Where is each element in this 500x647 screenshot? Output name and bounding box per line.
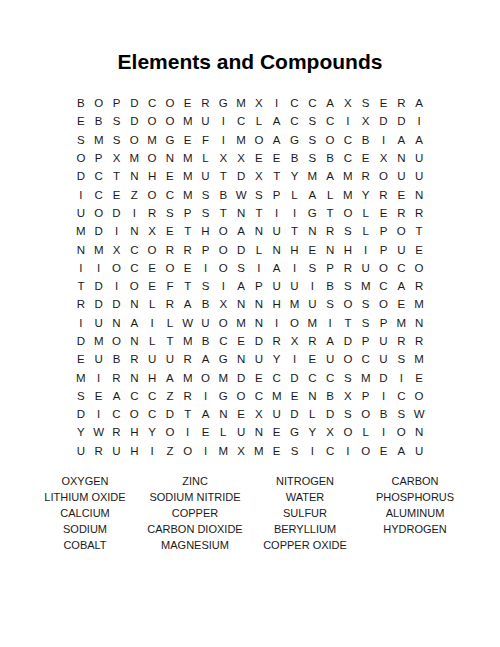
grid-cell-r16-c1: M [72,368,90,386]
grid-cell-r15-c17: C [357,350,375,368]
grid-cell-r17-c20: O [410,387,428,405]
word-list-column-2: ZINCSODIUM NITRIDECOPPERCARBON DIOXIDEMA… [140,473,250,553]
grid-cell-r4-c10: X [232,149,250,167]
grid-cell-r5-c1: D [72,167,90,185]
grid-cell-r20-c5: I [143,442,161,460]
grid-cell-r12-c5: L [143,295,161,313]
grid-cell-r18-c16: S [339,405,357,423]
grid-cell-r6-c15: L [321,185,339,203]
grid-cell-r5-c10: D [232,167,250,185]
grid-cell-r16-c15: C [321,368,339,386]
grid-cell-r13-c8: U [197,314,215,332]
grid-cell-r5-c19: U [392,167,410,185]
grid-cell-r13-c17: S [357,314,375,332]
grid-cell-r8-c3: I [108,222,126,240]
grid-cell-r20-c6: Z [161,442,179,460]
grid-cell-r2-c5: O [143,112,161,130]
grid-cell-r17-c14: N [303,387,321,405]
grid-cell-r4-c9: X [214,149,232,167]
grid-cell-r4-c4: M [125,149,143,167]
grid-cell-r4-c3: X [108,149,126,167]
grid-cell-r17-c18: I [375,387,393,405]
word-list-item: COPPER [140,505,250,521]
grid-cell-r16-c13: D [286,368,304,386]
grid-cell-r14-c2: M [90,332,108,350]
grid-cell-r18-c5: C [143,405,161,423]
grid-cell-r18-c13: D [286,405,304,423]
grid-cell-r16-c17: M [357,368,375,386]
grid-cell-r18-c6: D [161,405,179,423]
grid-cell-r1-c19: R [392,94,410,112]
grid-cell-r9-c5: O [143,240,161,258]
grid-cell-r3-c2: M [90,131,108,149]
grid-cell-r1-c16: X [339,94,357,112]
grid-cell-r20-c15: C [321,442,339,460]
grid-cell-r9-c8: P [197,240,215,258]
word-list-item: HYDROGEN [360,521,470,537]
grid-cell-r13-c18: P [375,314,393,332]
grid-cell-r13-c20: N [410,314,428,332]
grid-cell-r12-c6: R [161,295,179,313]
grid-cell-r15-c15: U [321,350,339,368]
grid-cell-r3-c8: F [197,131,215,149]
grid-cell-r18-c14: L [303,405,321,423]
word-list-item: BERYLLIUM [250,521,360,537]
word-list-item: ALUMINUM [360,505,470,521]
grid-cell-r17-c1: S [72,387,90,405]
grid-cell-r14-c9: C [214,332,232,350]
grid-cell-r12-c2: D [90,295,108,313]
grid-cell-r8-c20: T [410,222,428,240]
grid-cell-r10-c20: O [410,259,428,277]
grid-cell-r9-c13: H [286,240,304,258]
grid-cell-r12-c15: S [321,295,339,313]
word-list-item: PHOSPHORUS [360,489,470,505]
grid-cell-r19-c20: N [410,423,428,441]
grid-cell-r13-c14: M [303,314,321,332]
grid-cell-r4-c6: N [161,149,179,167]
grid-cell-r1-c10: M [232,94,250,112]
grid-cell-r11-c15: B [321,277,339,295]
grid-cell-r8-c15: R [321,222,339,240]
grid-cell-r13-c1: I [72,314,90,332]
grid-cell-r19-c11: N [250,423,268,441]
grid-cell-r18-c20: W [410,405,428,423]
grid-cell-r7-c1: U [72,204,90,222]
grid-cell-r19-c9: L [214,423,232,441]
grid-cell-r11-c1: T [72,277,90,295]
grid-cell-r16-c18: D [375,368,393,386]
grid-cell-r4-c16: C [339,149,357,167]
grid-cell-r5-c20: U [410,167,428,185]
grid-cell-r11-c10: A [232,277,250,295]
grid-cell-r10-c17: U [357,259,375,277]
grid-cell-r2-c6: O [161,112,179,130]
grid-cell-r11-c3: I [108,277,126,295]
grid-cell-r13-c6: L [161,314,179,332]
grid-cell-r6-c5: O [143,185,161,203]
grid-cell-r6-c12: P [268,185,286,203]
grid-cell-r14-c14: R [303,332,321,350]
grid-cell-r16-c2: I [90,368,108,386]
grid-cell-r17-c11: C [250,387,268,405]
grid-cell-r15-c18: U [375,350,393,368]
grid-cell-r2-c7: M [179,112,197,130]
grid-cell-r20-c19: A [392,442,410,460]
grid-cell-r8-c19: O [392,222,410,240]
grid-cell-r16-c7: M [179,368,197,386]
grid-cell-r4-c18: X [375,149,393,167]
grid-cell-r17-c10: O [232,387,250,405]
grid-cell-r10-c19: C [392,259,410,277]
grid-cell-r9-c18: P [375,240,393,258]
grid-cell-r11-c16: S [339,277,357,295]
grid-cell-r17-c6: Z [161,387,179,405]
grid-cell-r20-c11: M [250,442,268,460]
grid-cell-r5-c11: X [250,167,268,185]
grid-cell-r9-c16: H [339,240,357,258]
grid-cell-r2-c18: D [375,112,393,130]
word-list-item: CARBON DIOXIDE [140,521,250,537]
grid-cell-r8-c10: A [232,222,250,240]
grid-cell-r11-c8: S [197,277,215,295]
grid-cell-r13-c7: W [179,314,197,332]
grid-cell-r12-c1: R [72,295,90,313]
grid-cell-r1-c2: O [90,94,108,112]
grid-cell-r8-c9: O [214,222,232,240]
grid-cell-r7-c18: E [375,204,393,222]
grid-cell-r9-c7: R [179,240,197,258]
grid-cell-r20-c18: E [375,442,393,460]
grid-cell-r4-c15: B [321,149,339,167]
grid-cell-r18-c11: X [250,405,268,423]
grid-cell-r13-c19: M [392,314,410,332]
grid-cell-r9-c11: L [250,240,268,258]
grid-cell-r10-c11: I [250,259,268,277]
grid-cell-r8-c13: T [286,222,304,240]
grid-cell-r18-c1: D [72,405,90,423]
grid-cell-r14-c8: B [197,332,215,350]
grid-cell-r7-c12: I [268,204,286,222]
word-list-item: NITROGEN [250,473,360,489]
grid-cell-r13-c11: N [250,314,268,332]
word-list-item: LITHIUM OXIDE [30,489,140,505]
grid-cell-r4-c7: M [179,149,197,167]
grid-cell-r3-c17: B [357,131,375,149]
grid-cell-r5-c13: Y [286,167,304,185]
grid-cell-r5-c7: M [179,167,197,185]
grid-cell-r11-c4: O [125,277,143,295]
word-list-item: COBALT [30,537,140,553]
grid-cell-r17-c8: I [197,387,215,405]
grid-cell-r9-c12: N [268,240,286,258]
grid-cell-r18-c19: S [392,405,410,423]
grid-cell-r2-c14: S [303,112,321,130]
grid-cell-r3-c3: S [108,131,126,149]
grid-cell-r8-c6: E [161,222,179,240]
grid-cell-r5-c8: U [197,167,215,185]
grid-cell-r17-c17: P [357,387,375,405]
grid-cell-r6-c3: E [108,185,126,203]
grid-cell-r6-c17: Y [357,185,375,203]
grid-cell-r17-c2: E [90,387,108,405]
grid-cell-r12-c19: E [392,295,410,313]
grid-cell-r11-c14: I [303,277,321,295]
grid-cell-r3-c18: I [375,131,393,149]
grid-cell-r15-c3: B [108,350,126,368]
grid-cell-r17-c13: E [286,387,304,405]
grid-cell-r1-c14: C [303,94,321,112]
grid-cell-r17-c3: A [108,387,126,405]
grid-cell-r14-c12: R [268,332,286,350]
grid-cell-r4-c17: E [357,149,375,167]
grid-cell-r9-c4: C [125,240,143,258]
grid-cell-r3-c20: A [410,131,428,149]
grid-cell-r15-c12: Y [268,350,286,368]
grid-cell-r19-c17: L [357,423,375,441]
grid-cell-r11-c7: T [179,277,197,295]
grid-cell-r20-c10: X [232,442,250,460]
grid-cell-r6-c1: I [72,185,90,203]
grid-cell-r10-c4: C [125,259,143,277]
grid-cell-r8-c17: L [357,222,375,240]
grid-cell-r14-c18: U [375,332,393,350]
grid-cell-r1-c11: X [250,94,268,112]
grid-cell-r17-c7: R [179,387,197,405]
grid-cell-r5-c12: T [268,167,286,185]
grid-cell-r8-c14: N [303,222,321,240]
grid-cell-r11-c5: E [143,277,161,295]
grid-cell-r13-c4: A [125,314,143,332]
grid-cell-r11-c9: I [214,277,232,295]
grid-cell-r18-c12: U [268,405,286,423]
grid-cell-r9-c15: N [321,240,339,258]
grid-cell-r13-c10: M [232,314,250,332]
grid-cell-r20-c13: S [286,442,304,460]
grid-cell-r2-c4: D [125,112,143,130]
grid-cell-r6-c6: C [161,185,179,203]
grid-cell-r20-c2: R [90,442,108,460]
grid-cell-r15-c6: U [161,350,179,368]
grid-cell-r14-c13: X [286,332,304,350]
grid-cell-r11-c12: U [268,277,286,295]
grid-cell-r17-c5: C [143,387,161,405]
grid-cell-r5-c3: T [108,167,126,185]
grid-cell-r18-c3: C [108,405,126,423]
grid-cell-r8-c4: N [125,222,143,240]
grid-cell-r19-c12: E [268,423,286,441]
word-list-item: SODIUM NITRIDE [140,489,250,505]
grid-cell-r12-c14: U [303,295,321,313]
grid-cell-r18-c8: A [197,405,215,423]
grid-cell-r7-c16: O [339,204,357,222]
grid-cell-r2-c1: E [72,112,90,130]
grid-cell-r1-c4: D [125,94,143,112]
grid-cell-r5-c5: H [143,167,161,185]
grid-cell-r1-c17: S [357,94,375,112]
grid-cell-r5-c2: C [90,167,108,185]
grid-cell-r6-c4: Z [125,185,143,203]
grid-cell-r19-c7: I [179,423,197,441]
grid-cell-r3-c1: S [72,131,90,149]
grid-cell-r2-c12: A [268,112,286,130]
grid-cell-r16-c19: I [392,368,410,386]
grid-cell-r6-c8: S [197,185,215,203]
grid-cell-r19-c19: O [392,423,410,441]
grid-cell-r3-c19: A [392,131,410,149]
grid-cell-r5-c9: T [214,167,232,185]
grid-cell-r15-c20: M [410,350,428,368]
grid-cell-r7-c4: I [125,204,143,222]
grid-cell-r19-c15: X [321,423,339,441]
grid-cell-r12-c8: B [197,295,215,313]
grid-cell-r7-c10: N [232,204,250,222]
grid-cell-r10-c14: S [303,259,321,277]
grid-cell-r18-c18: B [375,405,393,423]
word-list-item: MAGNESIUM [140,537,250,553]
grid-cell-r15-c13: I [286,350,304,368]
grid-cell-r12-c3: D [108,295,126,313]
grid-cell-r12-c4: N [125,295,143,313]
grid-cell-r20-c16: I [339,442,357,460]
grid-cell-r6-c10: W [232,185,250,203]
grid-cell-r6-c2: C [90,185,108,203]
grid-cell-r12-c17: S [357,295,375,313]
grid-cell-r14-c3: O [108,332,126,350]
grid-cell-r4-c1: O [72,149,90,167]
grid-cell-r20-c3: U [108,442,126,460]
grid-cell-r6-c14: A [303,185,321,203]
grid-cell-r17-c16: X [339,387,357,405]
grid-cell-r6-c18: R [375,185,393,203]
grid-cell-r12-c12: H [268,295,286,313]
grid-cell-r11-c19: A [392,277,410,295]
grid-cell-r11-c11: P [250,277,268,295]
word-list-column-1: OXYGENLITHIUM OXIDECALCIUMSODIUMCOBALT [30,473,140,553]
grid-cell-r3-c7: E [179,131,197,149]
grid-cell-r20-c4: H [125,442,143,460]
grid-cell-r16-c14: C [303,368,321,386]
grid-cell-r19-c2: W [90,423,108,441]
grid-cell-r7-c20: R [410,204,428,222]
grid-cell-r3-c4: O [125,131,143,149]
word-list-column-3: NITROGENWATERSULFURBERYLLIUMCOPPER OXIDE [250,473,360,553]
grid-cell-r11-c2: D [90,277,108,295]
grid-cell-r15-c16: O [339,350,357,368]
grid-cell-r10-c7: E [179,259,197,277]
grid-cell-r5-c14: M [303,167,321,185]
grid-cell-r10-c10: S [232,259,250,277]
grid-cell-r7-c2: O [90,204,108,222]
grid-cell-r2-c15: C [321,112,339,130]
grid-cell-r3-c15: O [321,131,339,149]
grid-cell-r15-c11: U [250,350,268,368]
grid-cell-r8-c1: M [72,222,90,240]
grid-cell-r13-c16: T [339,314,357,332]
grid-cell-r7-c5: R [143,204,161,222]
grid-cell-r14-c6: T [161,332,179,350]
grid-cell-r2-c8: U [197,112,215,130]
grid-cell-r9-c1: N [72,240,90,258]
grid-cell-r5-c6: E [161,167,179,185]
word-list-item: ZINC [140,473,250,489]
grid-cell-r7-c7: P [179,204,197,222]
grid-cell-r19-c6: O [161,423,179,441]
grid-cell-r1-c1: B [72,94,90,112]
grid-cell-r1-c20: A [410,94,428,112]
grid-cell-r9-c3: X [108,240,126,258]
grid-cell-r15-c2: U [90,350,108,368]
grid-cell-r1-c9: G [214,94,232,112]
grid-cell-r13-c9: O [214,314,232,332]
grid-cell-r13-c13: O [286,314,304,332]
grid-cell-r17-c19: C [392,387,410,405]
grid-cell-r10-c5: E [143,259,161,277]
grid-cell-r7-c19: R [392,204,410,222]
grid-cell-r6-c13: L [286,185,304,203]
grid-cell-r15-c5: U [143,350,161,368]
grid-cell-r16-c11: E [250,368,268,386]
grid-cell-r9-c9: O [214,240,232,258]
grid-cell-r1-c15: A [321,94,339,112]
grid-cell-r5-c17: R [357,167,375,185]
grid-cell-r1-c12: I [268,94,286,112]
grid-cell-r11-c17: M [357,277,375,295]
grid-cell-r7-c9: T [214,204,232,222]
grid-cell-r16-c5: H [143,368,161,386]
grid-cell-r19-c4: H [125,423,143,441]
grid-cell-r14-c15: A [321,332,339,350]
grid-cell-r1-c6: O [161,94,179,112]
grid-cell-r11-c6: F [161,277,179,295]
grid-cell-r19-c14: Y [303,423,321,441]
grid-cell-r10-c12: A [268,259,286,277]
grid-cell-r4-c20: U [410,149,428,167]
grid-cell-r2-c2: B [90,112,108,130]
grid-cell-r9-c14: E [303,240,321,258]
grid-cell-r13-c12: I [268,314,286,332]
grid-cell-r2-c19: D [392,112,410,130]
grid-cell-r3-c16: C [339,131,357,149]
grid-cell-r19-c13: G [286,423,304,441]
grid-cell-r16-c8: O [197,368,215,386]
grid-cell-r10-c6: O [161,259,179,277]
grid-cell-r20-c7: O [179,442,197,460]
grid-cell-r10-c9: O [214,259,232,277]
grid-cell-r13-c3: N [108,314,126,332]
grid-cell-r7-c11: T [250,204,268,222]
grid-cell-r2-c13: C [286,112,304,130]
grid-cell-r2-c11: L [250,112,268,130]
grid-cell-r4-c13: B [286,149,304,167]
grid-cell-r12-c13: M [286,295,304,313]
grid-cell-r19-c18: I [375,423,393,441]
grid-cell-r15-c10: N [232,350,250,368]
grid-cell-r17-c12: M [268,387,286,405]
grid-cell-r9-c6: R [161,240,179,258]
grid-cell-r4-c11: E [250,149,268,167]
word-list-item: WATER [250,489,360,505]
grid-cell-r14-c1: D [72,332,90,350]
word-list-item: OXYGEN [30,473,140,489]
grid-cell-r1-c18: E [375,94,393,112]
grid-cell-r11-c18: C [375,277,393,295]
grid-cell-r12-c10: N [232,295,250,313]
grid-cell-r8-c2: D [90,222,108,240]
grid-cell-r19-c3: R [108,423,126,441]
grid-cell-r3-c9: I [214,131,232,149]
grid-cell-r2-c9: I [214,112,232,130]
